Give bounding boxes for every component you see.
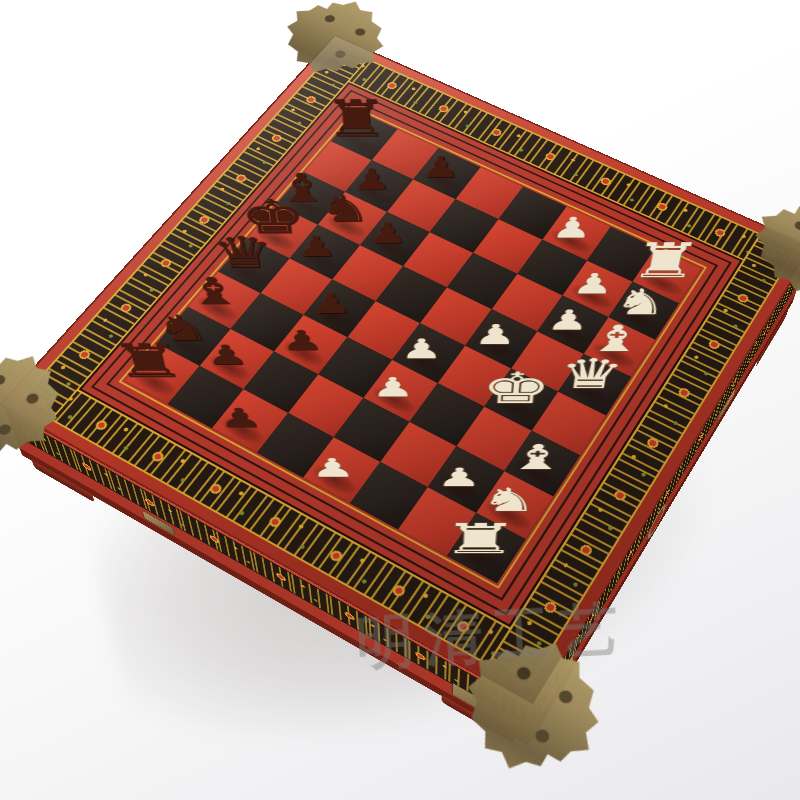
- black-pawn-glyph: ♟: [421, 152, 461, 181]
- white-pawn-glyph: ♟: [437, 465, 483, 490]
- white-queen-glyph: ♛: [556, 354, 628, 395]
- black-pawn-glyph: ♟: [295, 232, 338, 260]
- white-rook-glyph: ♜: [627, 236, 707, 284]
- white-knight-glyph: ♞: [611, 284, 671, 320]
- black-pawn-glyph: ♟: [215, 405, 263, 431]
- product-photo-scene: ♜♝♟♟♚♞♛♟♟♝♟♞♟♜♟♟♜♟♞♟♟♟♟♝♟♛♚♟♝♟♞♜ 明清工艺: [0, 0, 800, 800]
- black-rook-glyph: ♜: [105, 337, 189, 383]
- white-rook-glyph: ♜: [441, 517, 522, 559]
- white-bishop-glyph: ♝: [506, 440, 569, 474]
- seller-watermark: 明清工艺: [354, 591, 630, 683]
- white-pawn-glyph: ♟: [550, 213, 594, 242]
- black-pawn-glyph: ♟: [367, 219, 408, 248]
- black-queen-glyph: ♛: [209, 231, 277, 274]
- white-pawn-glyph: ♟: [546, 306, 592, 334]
- black-knight-glyph: ♞: [317, 190, 370, 227]
- black-bishop-glyph: ♝: [182, 272, 244, 309]
- black-pawn-glyph: ♟: [279, 327, 324, 354]
- white-pawn-glyph: ♟: [309, 455, 356, 481]
- white-pawn-glyph: ♟: [400, 335, 443, 362]
- white-pawn-glyph: ♟: [371, 374, 415, 401]
- white-pawn-glyph: ♟: [474, 321, 518, 348]
- white-knight-glyph: ♞: [479, 484, 540, 516]
- white-king-glyph: ♚: [480, 366, 554, 409]
- white-pawn-glyph: ♟: [571, 270, 617, 298]
- black-pawn-glyph: ♟: [203, 341, 250, 368]
- black-rook-glyph: ♜: [322, 93, 390, 144]
- black-pawn-glyph: ♟: [309, 290, 353, 318]
